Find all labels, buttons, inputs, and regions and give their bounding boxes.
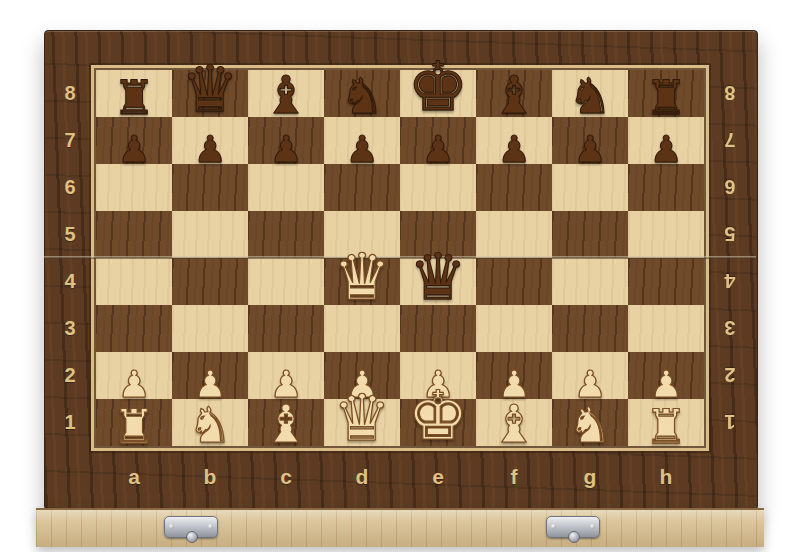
latch-knob-icon: [186, 531, 198, 543]
rank-label-2-right: 2: [704, 363, 756, 387]
piece-white-king-e1: ♚: [400, 382, 476, 450]
file-label-a: a: [96, 464, 172, 490]
piece-black-knight-g8: ♞: [552, 72, 628, 121]
chess-set-photo: ♜♛♝♞♚♝♞♜♟♟♟♟♟♟♟♟♛♛♟♟♟♟♟♟♟♟♜♞♝♛♚♝♞♜ 88776…: [0, 0, 800, 552]
rank-label-1-right: 1: [704, 410, 756, 434]
rank-label-5-right: 5: [704, 222, 756, 246]
square-f6: [476, 164, 552, 211]
piece-black-pawn-e7: ♟: [400, 131, 476, 168]
rank-label-7-right: 7: [704, 128, 756, 152]
piece-black-pawn-a7: ♟: [96, 131, 172, 168]
piece-black-bishop-c8: ♝: [248, 69, 324, 121]
piece-white-pawn-h2: ♟: [628, 366, 704, 403]
square-a3: [96, 305, 172, 352]
square-b4: [172, 258, 248, 305]
piece-black-rook-h8: ♜: [628, 74, 704, 121]
square-h3: [628, 305, 704, 352]
piece-white-rook-a1: ♜: [96, 403, 172, 450]
latch-screw-icon: [551, 524, 556, 529]
square-c6: [248, 164, 324, 211]
square-a6: [96, 164, 172, 211]
latch-knob-icon: [568, 531, 580, 543]
file-label-f: f: [476, 464, 552, 490]
piece-white-rook-h1: ♜: [628, 403, 704, 450]
piece-white-knight-g1: ♞: [552, 401, 628, 450]
latch-right-icon: [546, 516, 600, 538]
piece-black-pawn-h7: ♟: [628, 131, 704, 168]
square-b3: [172, 305, 248, 352]
piece-white-bishop-c1: ♝: [248, 398, 324, 450]
piece-black-pawn-d7: ♟: [324, 131, 400, 168]
rank-label-3-right: 3: [704, 316, 756, 340]
piece-black-pawn-c7: ♟: [248, 131, 324, 168]
rank-label-7-left: 7: [44, 128, 96, 152]
square-c5: [248, 211, 324, 258]
square-g6: [552, 164, 628, 211]
latch-screw-icon: [169, 524, 174, 529]
piece-black-knight-d8: ♞: [324, 72, 400, 121]
rank-label-4-right: 4: [704, 269, 756, 293]
rank-label-6-right: 6: [704, 175, 756, 199]
latch-screw-icon: [208, 524, 213, 529]
latch-left-icon: [164, 516, 218, 538]
file-label-h: h: [628, 464, 704, 490]
square-f4: [476, 258, 552, 305]
piece-black-queen-e4: ♛: [400, 245, 476, 309]
square-h6: [628, 164, 704, 211]
piece-black-pawn-g7: ♟: [552, 131, 628, 168]
piece-black-bishop-f8: ♝: [476, 69, 552, 121]
rank-label-3-left: 3: [44, 316, 96, 340]
square-h5: [628, 211, 704, 258]
square-b5: [172, 211, 248, 258]
file-label-e: e: [400, 464, 476, 490]
file-label-d: d: [324, 464, 400, 490]
file-label-c: c: [248, 464, 324, 490]
square-g5: [552, 211, 628, 258]
case-front-edge: [36, 508, 764, 547]
file-label-b: b: [172, 464, 248, 490]
piece-black-queen-b8: ♛: [172, 57, 248, 121]
square-b6: [172, 164, 248, 211]
rank-label-6-left: 6: [44, 175, 96, 199]
rank-label-8-right: 8: [704, 81, 756, 105]
piece-white-queen-d4: ♛: [324, 245, 400, 309]
latch-screw-icon: [590, 524, 595, 529]
rank-label-5-left: 5: [44, 222, 96, 246]
piece-white-queen-d1: ♛: [324, 386, 400, 450]
rank-label-8-left: 8: [44, 81, 96, 105]
square-c4: [248, 258, 324, 305]
piece-black-pawn-b7: ♟: [172, 131, 248, 168]
square-c3: [248, 305, 324, 352]
square-d6: [324, 164, 400, 211]
piece-black-pawn-f7: ♟: [476, 131, 552, 168]
square-a4: [96, 258, 172, 305]
square-f3: [476, 305, 552, 352]
file-label-g: g: [552, 464, 628, 490]
rank-label-2-left: 2: [44, 363, 96, 387]
piece-black-king-e8: ♚: [400, 53, 476, 121]
square-e6: [400, 164, 476, 211]
square-g4: [552, 258, 628, 305]
piece-white-pawn-a2: ♟: [96, 366, 172, 403]
piece-white-knight-b1: ♞: [172, 401, 248, 450]
square-a5: [96, 211, 172, 258]
rank-label-1-left: 1: [44, 410, 96, 434]
rank-label-4-left: 4: [44, 269, 96, 293]
square-f5: [476, 211, 552, 258]
square-h4: [628, 258, 704, 305]
piece-white-bishop-f1: ♝: [476, 398, 552, 450]
square-g3: [552, 305, 628, 352]
piece-black-rook-a8: ♜: [96, 74, 172, 121]
